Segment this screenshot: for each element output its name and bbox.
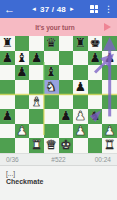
top-bar: ← ◄ 37 / 48 ► ⋮ <box>0 0 117 18</box>
top-bar-actions: ⋮ <box>90 0 113 18</box>
square-f3[interactable]: ♟ <box>73 109 88 124</box>
square-d5[interactable]: ♞ <box>44 80 59 95</box>
puzzle-navigation: ◄ 37 / 48 ► <box>16 5 90 14</box>
prev-puzzle-button[interactable]: ◄ <box>31 6 37 12</box>
square-g8[interactable]: ♚ <box>88 36 103 51</box>
black-pawn: ♟ <box>104 52 115 65</box>
grid-icon[interactable] <box>90 5 98 13</box>
puzzle-counter: 37 / 48 <box>40 5 66 14</box>
square-a1[interactable] <box>0 138 15 153</box>
square-h2[interactable]: ♟ <box>102 124 117 139</box>
black-pawn: ♟ <box>60 110 71 123</box>
square-a6[interactable] <box>0 65 15 80</box>
square-c3[interactable] <box>29 109 44 124</box>
square-h1[interactable]: ♜ <box>102 138 117 153</box>
square-d8[interactable]: ♛ <box>44 36 59 51</box>
square-e5[interactable] <box>59 80 74 95</box>
square-c4[interactable]: ♝ <box>29 95 44 110</box>
square-c2[interactable] <box>29 124 44 139</box>
square-e1[interactable]: ♚ <box>59 138 74 153</box>
black-bishop: ♝ <box>46 66 57 79</box>
square-d2[interactable] <box>44 124 59 139</box>
black-rook: ♜ <box>75 37 86 50</box>
black-pawn: ♟ <box>31 52 42 65</box>
square-f6[interactable] <box>73 65 88 80</box>
moves-placeholder[interactable]: [...] <box>6 170 111 177</box>
square-g7[interactable]: ♟ <box>88 51 103 66</box>
black-pawn: ♟ <box>2 110 13 123</box>
square-g4[interactable] <box>88 95 103 110</box>
square-f5[interactable]: ♟ <box>73 80 88 95</box>
timer: 00:24 <box>95 156 111 163</box>
square-b7[interactable]: ♝ <box>15 51 30 66</box>
square-h5[interactable] <box>102 80 117 95</box>
square-g1[interactable] <box>88 138 103 153</box>
square-d4[interactable] <box>44 95 59 110</box>
square-b8[interactable] <box>15 36 30 51</box>
white-king: ♚ <box>60 139 71 152</box>
square-e7[interactable] <box>59 51 74 66</box>
black-knight: ♞ <box>89 110 100 123</box>
square-c8[interactable] <box>29 36 44 51</box>
white-pawn: ♟ <box>104 125 115 138</box>
white-rook: ♜ <box>104 139 115 152</box>
black-pawn: ♟ <box>16 66 27 79</box>
square-d1[interactable]: ♛ <box>44 138 59 153</box>
black-pawn: ♟ <box>2 52 13 65</box>
square-a5[interactable] <box>0 80 15 95</box>
square-f2[interactable]: ♟ <box>73 124 88 139</box>
square-a7[interactable]: ♟ <box>0 51 15 66</box>
square-e3[interactable]: ♟ <box>59 109 74 124</box>
black-pawn: ♟ <box>89 52 100 65</box>
black-queen: ♛ <box>46 37 57 50</box>
board-area: ♜♛♜♚♟♝♟♟♟♟♝♞♟♝♟♟♟♞♟♟♟♜♛♚♜ <box>0 36 117 153</box>
square-b6[interactable]: ♟ <box>15 65 30 80</box>
black-bishop: ♝ <box>16 52 27 65</box>
square-b3[interactable] <box>15 109 30 124</box>
square-f8[interactable]: ♜ <box>73 36 88 51</box>
white-pawn: ♟ <box>75 125 86 138</box>
square-h8[interactable] <box>102 36 117 51</box>
square-b1[interactable] <box>15 138 30 153</box>
square-b5[interactable] <box>15 80 30 95</box>
white-rook: ♜ <box>31 139 42 152</box>
white-pawn: ♟ <box>75 110 86 123</box>
square-e4[interactable] <box>59 95 74 110</box>
square-d3[interactable] <box>44 109 59 124</box>
square-c7[interactable]: ♟ <box>29 51 44 66</box>
turn-banner: It's your turn <box>0 18 117 36</box>
square-d7[interactable] <box>44 51 59 66</box>
square-h3[interactable] <box>102 109 117 124</box>
white-queen: ♛ <box>46 139 57 152</box>
square-g6[interactable] <box>88 65 103 80</box>
square-a2[interactable] <box>0 124 15 139</box>
square-c1[interactable]: ♜ <box>29 138 44 153</box>
square-h4[interactable] <box>102 95 117 110</box>
chess-board[interactable]: ♜♛♜♚♟♝♟♟♟♟♝♞♟♝♟♟♟♞♟♟♟♜♛♚♜ <box>0 36 117 153</box>
overflow-menu-icon[interactable]: ⋮ <box>104 0 113 18</box>
square-f4[interactable] <box>73 95 88 110</box>
square-a3[interactable]: ♟ <box>0 109 15 124</box>
status-bar: 0/36 #522 00:24 <box>0 153 117 166</box>
square-g5[interactable] <box>88 80 103 95</box>
back-button[interactable]: ← <box>4 0 16 18</box>
square-h6[interactable] <box>102 65 117 80</box>
square-f1[interactable] <box>73 138 88 153</box>
square-b2[interactable]: ♟ <box>15 124 30 139</box>
next-puzzle-button[interactable]: ► <box>69 6 75 12</box>
square-g3[interactable]: ♞ <box>88 109 103 124</box>
moves-panel: [...] Checkmate <box>0 166 117 189</box>
square-a8[interactable]: ♜ <box>0 36 15 51</box>
square-d6[interactable]: ♝ <box>44 65 59 80</box>
black-king: ♚ <box>89 37 100 50</box>
square-c5[interactable] <box>29 80 44 95</box>
turn-message: It's your turn <box>6 24 104 31</box>
puzzle-goal: Checkmate <box>6 178 111 185</box>
square-e2[interactable] <box>59 124 74 139</box>
square-e6[interactable] <box>59 65 74 80</box>
square-g2[interactable] <box>88 124 103 139</box>
square-f7[interactable] <box>73 51 88 66</box>
white-pawn: ♟ <box>16 125 27 138</box>
white-bishop: ♝ <box>31 96 42 109</box>
black-pawn: ♟ <box>75 81 86 94</box>
square-b4[interactable] <box>15 95 30 110</box>
square-c6[interactable] <box>29 65 44 80</box>
square-e8[interactable] <box>59 36 74 51</box>
play-icon[interactable] <box>104 23 111 31</box>
square-a4[interactable] <box>0 95 15 110</box>
white-knight: ♞ <box>46 81 57 94</box>
app-window: ← ◄ 37 / 48 ► ⋮ It's your turn ♜♛♜♚♟♝♟♟♟… <box>0 0 117 200</box>
black-rook: ♜ <box>2 37 13 50</box>
square-h7[interactable]: ♟ <box>102 51 117 66</box>
